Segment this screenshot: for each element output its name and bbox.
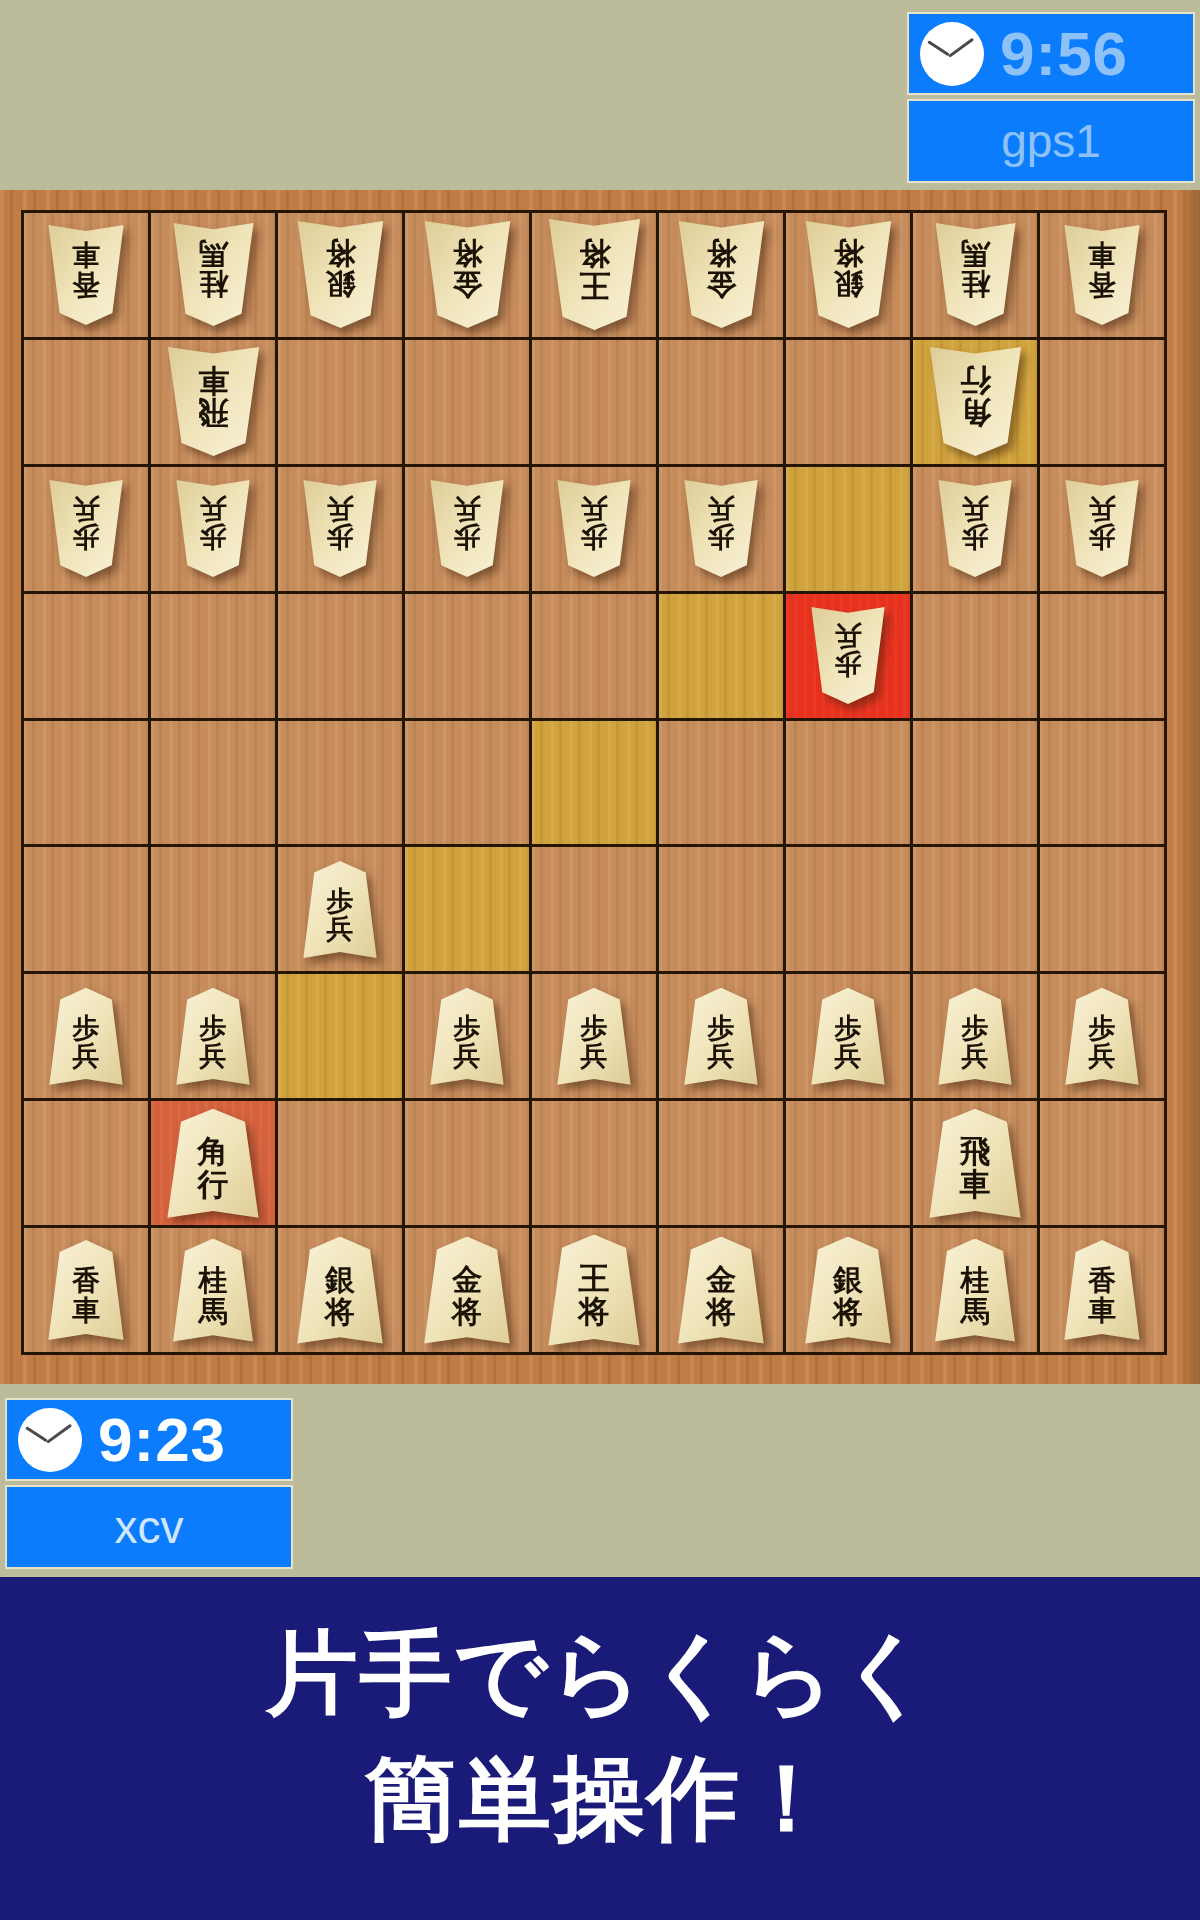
board-square[interactable] [278, 721, 402, 845]
piece-gold-general-gote[interactable]: 金将 [676, 221, 767, 328]
board-square[interactable] [278, 974, 402, 1098]
board-square[interactable] [151, 721, 275, 845]
board-square[interactable]: 歩兵 [913, 974, 1037, 1098]
board-square[interactable] [151, 594, 275, 718]
promo-banner: 片手でらくらく 簡単操作！ [0, 1577, 1200, 1920]
board-square[interactable]: 香車 [1040, 1228, 1164, 1352]
piece-pawn-gote[interactable]: 歩兵 [555, 480, 633, 577]
piece-pawn-gote[interactable]: 歩兵 [809, 607, 887, 704]
shogi-board[interactable]: 香車桂馬銀将金将王将金将銀将桂馬香車飛車角行歩兵歩兵歩兵歩兵歩兵歩兵歩兵歩兵歩兵… [21, 210, 1167, 1355]
piece-silver-general-sente[interactable]: 銀将 [295, 1237, 386, 1344]
piece-gold-general-gote[interactable]: 金将 [422, 221, 513, 328]
piece-pawn-sente[interactable]: 歩兵 [682, 988, 760, 1085]
board-square[interactable]: 歩兵 [278, 847, 402, 971]
board-square[interactable] [786, 847, 910, 971]
board-square[interactable]: 歩兵 [24, 467, 148, 591]
board-square[interactable] [24, 1101, 148, 1225]
board-square[interactable] [659, 340, 783, 464]
board-square[interactable]: 歩兵 [532, 467, 656, 591]
piece-pawn-sente[interactable]: 歩兵 [47, 988, 125, 1085]
piece-pawn-sente[interactable]: 歩兵 [809, 988, 887, 1085]
board-square[interactable] [532, 847, 656, 971]
opponent-name: gps1 [1001, 114, 1101, 168]
app-screen: 9:56 gps1 香車桂馬銀将金将王将金将銀将桂馬香車飛車角行歩兵歩兵歩兵歩兵… [0, 0, 1200, 1920]
board-square[interactable] [532, 594, 656, 718]
board-square[interactable]: 歩兵 [532, 974, 656, 1098]
piece-rook-gote[interactable]: 飛車 [165, 347, 262, 456]
board-square[interactable] [532, 721, 656, 845]
board-square[interactable]: 歩兵 [659, 467, 783, 591]
board-square[interactable] [786, 467, 910, 591]
board-square[interactable]: 香車 [24, 1228, 148, 1352]
board-square[interactable]: 金将 [659, 1228, 783, 1352]
board-square[interactable] [24, 594, 148, 718]
board-square[interactable]: 金将 [659, 213, 783, 337]
board-square[interactable] [913, 847, 1037, 971]
board-square[interactable]: 桂馬 [913, 213, 1037, 337]
board-square[interactable] [532, 1101, 656, 1225]
board-square[interactable]: 香車 [24, 213, 148, 337]
board-square[interactable]: 歩兵 [24, 974, 148, 1098]
board-square[interactable]: 歩兵 [913, 467, 1037, 591]
board-square[interactable]: 歩兵 [786, 974, 910, 1098]
board-square[interactable]: 王将 [532, 213, 656, 337]
player-name: xcv [115, 1500, 184, 1554]
opponent-clock: 9:56 gps1 [907, 12, 1195, 183]
piece-lance-gote[interactable]: 香車 [1062, 225, 1142, 325]
clock-icon [18, 1408, 82, 1472]
piece-bishop-sente[interactable]: 角行 [165, 1109, 262, 1218]
piece-pawn-sente[interactable]: 歩兵 [428, 988, 506, 1085]
promo-line1: 片手でらくらく [0, 1611, 1200, 1736]
board-square[interactable] [532, 340, 656, 464]
piece-gold-general-sente[interactable]: 金将 [422, 1237, 513, 1344]
piece-pawn-gote[interactable]: 歩兵 [682, 480, 760, 577]
board-square[interactable] [913, 594, 1037, 718]
board-square[interactable] [786, 1101, 910, 1225]
board-square[interactable] [1040, 1101, 1164, 1225]
board-square[interactable]: 歩兵 [786, 594, 910, 718]
board-square[interactable] [1040, 721, 1164, 845]
piece-king-gote[interactable]: 王将 [546, 219, 643, 330]
board-square[interactable] [405, 1101, 529, 1225]
piece-rook-sente[interactable]: 飛車 [927, 1109, 1024, 1218]
piece-silver-general-gote[interactable]: 銀将 [803, 221, 894, 328]
promo-line2: 簡単操作！ [0, 1736, 1200, 1861]
piece-pawn-gote[interactable]: 歩兵 [174, 480, 252, 577]
piece-pawn-sente[interactable]: 歩兵 [301, 861, 379, 958]
board-square[interactable] [278, 594, 402, 718]
board-square[interactable] [913, 721, 1037, 845]
board-square[interactable] [405, 847, 529, 971]
clock-icon [920, 22, 984, 86]
board-square[interactable] [278, 1101, 402, 1225]
piece-pawn-sente[interactable]: 歩兵 [174, 988, 252, 1085]
board-square[interactable]: 銀将 [786, 213, 910, 337]
board-square[interactable]: 歩兵 [405, 974, 529, 1098]
board-square[interactable]: 桂馬 [151, 1228, 275, 1352]
piece-pawn-sente[interactable]: 歩兵 [555, 988, 633, 1085]
board-square[interactable] [24, 721, 148, 845]
player-time: 9:23 [98, 1404, 226, 1475]
piece-pawn-gote[interactable]: 歩兵 [1063, 480, 1141, 577]
piece-pawn-sente[interactable]: 歩兵 [936, 988, 1014, 1085]
board-square[interactable]: 角行 [151, 1101, 275, 1225]
board-square[interactable]: 桂馬 [913, 1228, 1037, 1352]
board-square[interactable]: 歩兵 [151, 467, 275, 591]
board-square[interactable] [405, 340, 529, 464]
opponent-time: 9:56 [1000, 18, 1128, 89]
clock-hand [948, 37, 974, 57]
board-square[interactable]: 銀将 [278, 1228, 402, 1352]
piece-king-sente[interactable]: 王将 [546, 1235, 643, 1346]
piece-pawn-gote[interactable]: 歩兵 [47, 480, 125, 577]
clock-hand [25, 1426, 48, 1442]
board-square[interactable]: 歩兵 [151, 974, 275, 1098]
piece-knight-gote[interactable]: 桂馬 [171, 223, 256, 326]
board-square[interactable] [659, 721, 783, 845]
board-square[interactable] [151, 847, 275, 971]
board-square[interactable]: 飛車 [913, 1101, 1037, 1225]
board-square[interactable]: 歩兵 [405, 467, 529, 591]
piece-pawn-sente[interactable]: 歩兵 [1063, 988, 1141, 1085]
opponent-time-box: 9:56 [907, 12, 1195, 95]
board-square[interactable] [24, 340, 148, 464]
board-area: 香車桂馬銀将金将王将金将銀将桂馬香車飛車角行歩兵歩兵歩兵歩兵歩兵歩兵歩兵歩兵歩兵… [0, 190, 1200, 1384]
piece-pawn-gote[interactable]: 歩兵 [428, 480, 506, 577]
piece-lance-gote[interactable]: 香車 [46, 225, 126, 325]
board-square[interactable]: 香車 [1040, 213, 1164, 337]
player-clock: 9:23 xcv [5, 1398, 293, 1569]
board-square[interactable]: 銀将 [786, 1228, 910, 1352]
piece-knight-sente[interactable]: 桂馬 [171, 1239, 256, 1342]
board-square[interactable] [659, 847, 783, 971]
piece-silver-general-sente[interactable]: 銀将 [803, 1237, 894, 1344]
board-square[interactable]: 桂馬 [151, 213, 275, 337]
board-square[interactable] [786, 721, 910, 845]
board-square[interactable]: 歩兵 [1040, 467, 1164, 591]
piece-gold-general-sente[interactable]: 金将 [676, 1237, 767, 1344]
board-square[interactable] [1040, 847, 1164, 971]
board-square[interactable]: 銀将 [278, 213, 402, 337]
board-square[interactable]: 角行 [913, 340, 1037, 464]
piece-bishop-gote[interactable]: 角行 [927, 347, 1024, 456]
piece-knight-sente[interactable]: 桂馬 [933, 1239, 1018, 1342]
board-square[interactable] [405, 594, 529, 718]
opponent-name-box: gps1 [907, 99, 1195, 183]
piece-lance-sente[interactable]: 香車 [46, 1240, 126, 1340]
board-square[interactable]: 金将 [405, 213, 529, 337]
piece-knight-gote[interactable]: 桂馬 [933, 223, 1018, 326]
board-square[interactable]: 歩兵 [278, 467, 402, 591]
piece-silver-general-gote[interactable]: 銀将 [295, 221, 386, 328]
board-square[interactable]: 歩兵 [1040, 974, 1164, 1098]
board-square[interactable]: 飛車 [151, 340, 275, 464]
player-name-box: xcv [5, 1485, 293, 1569]
board-square[interactable]: 歩兵 [659, 974, 783, 1098]
clock-hand [927, 40, 950, 56]
board-square[interactable]: 王将 [532, 1228, 656, 1352]
board-square[interactable] [659, 594, 783, 718]
clock-hand [46, 1423, 72, 1443]
board-square[interactable] [1040, 340, 1164, 464]
piece-lance-sente[interactable]: 香車 [1062, 1240, 1142, 1340]
board-square[interactable] [278, 340, 402, 464]
piece-pawn-gote[interactable]: 歩兵 [301, 480, 379, 577]
player-time-box: 9:23 [5, 1398, 293, 1481]
piece-pawn-gote[interactable]: 歩兵 [936, 480, 1014, 577]
board-square[interactable] [405, 721, 529, 845]
board-square[interactable] [786, 340, 910, 464]
board-square[interactable] [659, 1101, 783, 1225]
board-square[interactable] [1040, 594, 1164, 718]
board-square[interactable]: 金将 [405, 1228, 529, 1352]
board-square[interactable] [24, 847, 148, 971]
